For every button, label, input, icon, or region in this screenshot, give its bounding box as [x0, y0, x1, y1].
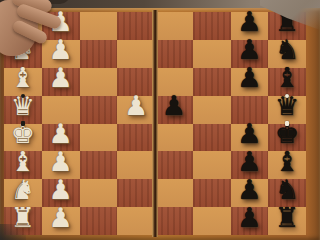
- square-a6[interactable]: [193, 12, 231, 40]
- square-b4[interactable]: [117, 40, 155, 68]
- black-bishop-icon: ♝: [275, 149, 299, 175]
- square-f5[interactable]: [155, 151, 193, 179]
- black-knight-icon: ♞: [275, 37, 299, 63]
- white-pawn-icon: ♟: [49, 37, 73, 63]
- square-d6[interactable]: [193, 96, 231, 124]
- background-shadow: [0, 0, 70, 4]
- white-knight-icon: ♞: [11, 177, 35, 203]
- black-pawn-icon: ♟: [237, 205, 261, 231]
- white-knight-icon: ♞: [11, 37, 35, 63]
- square-b5[interactable]: [155, 40, 193, 68]
- black-pawn-icon: ♟: [237, 149, 261, 175]
- square-g3[interactable]: [80, 179, 118, 207]
- square-b6[interactable]: [193, 40, 231, 68]
- square-d4[interactable]: ♟: [117, 96, 155, 124]
- black-bishop-icon: ♝: [275, 65, 299, 91]
- square-b3[interactable]: [80, 40, 118, 68]
- square-d5[interactable]: ♟: [155, 96, 193, 124]
- square-h7[interactable]: ♟: [231, 207, 269, 235]
- chess-board: ♜♟♟♜♞♟♟♞♝♟♟♝♛♟♟♛♚♟♟♚♝♟♟♝♞♟♟♞♜♟♟♜: [0, 8, 320, 240]
- white-pawn-icon: ♟: [49, 65, 73, 91]
- square-h2[interactable]: ♟: [42, 207, 80, 235]
- square-f6[interactable]: [193, 151, 231, 179]
- square-g4[interactable]: [117, 179, 155, 207]
- square-e6[interactable]: [193, 124, 231, 152]
- white-pawn-icon: ♟: [124, 93, 148, 119]
- square-c7[interactable]: ♟: [231, 68, 269, 96]
- square-d3[interactable]: [80, 96, 118, 124]
- chess-board-grid: ♜♟♟♜♞♟♟♞♝♟♟♝♛♟♟♛♚♟♟♚♝♟♟♝♞♟♟♞♜♟♟♜: [4, 12, 306, 235]
- black-knight-icon: ♞: [275, 177, 299, 203]
- square-a4[interactable]: [117, 12, 155, 40]
- square-e3[interactable]: [80, 124, 118, 152]
- square-e4[interactable]: [117, 124, 155, 152]
- chess-photo-scene: ♜♟♟♜♞♟♟♞♝♟♟♝♛♟♟♛♚♟♟♚♝♟♟♝♞♟♟♞♜♟♟♜: [0, 0, 320, 240]
- black-pawn-icon: ♟: [237, 121, 261, 147]
- square-c6[interactable]: [193, 68, 231, 96]
- square-f3[interactable]: [80, 151, 118, 179]
- black-pawn-icon: ♟: [237, 177, 261, 203]
- square-a3[interactable]: [80, 12, 118, 40]
- black-pawn-icon: ♟: [162, 93, 186, 119]
- white-pawn-icon: ♟: [49, 9, 73, 35]
- white-bishop-icon: ♝: [11, 149, 35, 175]
- square-g5[interactable]: [155, 179, 193, 207]
- square-a5[interactable]: [155, 12, 193, 40]
- black-pawn-icon: ♟: [237, 9, 261, 35]
- square-h8[interactable]: ♜: [268, 207, 306, 235]
- white-bishop-icon: ♝: [11, 65, 35, 91]
- board-playing-area: ♜♟♟♜♞♟♟♞♝♟♟♝♛♟♟♛♚♟♟♚♝♟♟♝♞♟♟♞♜♟♟♜: [4, 12, 306, 235]
- white-queen-icon: ♛: [11, 93, 35, 119]
- black-pawn-icon: ♟: [237, 65, 261, 91]
- square-c3[interactable]: [80, 68, 118, 96]
- black-king-icon: ♚: [275, 121, 299, 147]
- square-h4[interactable]: [117, 207, 155, 235]
- white-king-icon: ♚: [11, 121, 35, 147]
- square-h5[interactable]: [155, 207, 193, 235]
- square-c2[interactable]: ♟: [42, 68, 80, 96]
- square-h3[interactable]: [80, 207, 118, 235]
- board-edge-shadow: [0, 224, 26, 240]
- white-rook-icon: ♜: [11, 9, 35, 35]
- square-h6[interactable]: [193, 207, 231, 235]
- square-f4[interactable]: [117, 151, 155, 179]
- white-pawn-icon: ♟: [49, 121, 73, 147]
- black-pawn-icon: ♟: [237, 37, 261, 63]
- white-pawn-icon: ♟: [49, 205, 73, 231]
- black-queen-icon: ♛: [275, 93, 299, 119]
- black-rook-icon: ♜: [275, 205, 299, 231]
- white-pawn-icon: ♟: [49, 149, 73, 175]
- square-g6[interactable]: [193, 179, 231, 207]
- white-pawn-icon: ♟: [49, 177, 73, 203]
- square-e5[interactable]: [155, 124, 193, 152]
